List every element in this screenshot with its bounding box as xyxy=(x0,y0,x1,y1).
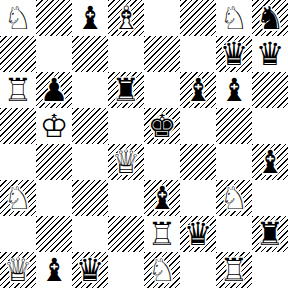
piece-glyph: ♕ xyxy=(0,252,36,288)
square-f2[interactable]: ♛♛ xyxy=(180,216,216,252)
square-e4[interactable] xyxy=(144,144,180,180)
piece-glyph: ♝ xyxy=(252,144,288,180)
chess-board: ♞♘♝♝♝♗♞♘♞♞♛♛♛♛♜♖♟♟♜♜♝♝♝♝♚♔♚♚♛♕♝♝♞♘♝♝♞♘♜♖… xyxy=(0,0,288,288)
piece-glyph: ♝ xyxy=(72,0,108,36)
square-e7[interactable] xyxy=(144,36,180,72)
square-a1[interactable]: ♛♕ xyxy=(0,252,36,288)
square-d7[interactable] xyxy=(108,36,144,72)
square-a8[interactable]: ♞♘ xyxy=(0,0,36,36)
piece-glyph: ♔ xyxy=(36,108,72,144)
piece-glyph: ♝ xyxy=(216,72,252,108)
piece-glyph: ♟ xyxy=(36,72,72,108)
square-g3[interactable]: ♞♘ xyxy=(216,180,252,216)
square-b8[interactable] xyxy=(36,0,72,36)
square-f8[interactable] xyxy=(180,0,216,36)
square-d4[interactable]: ♛♕ xyxy=(108,144,144,180)
square-a7[interactable] xyxy=(0,36,36,72)
square-f6[interactable]: ♝♝ xyxy=(180,72,216,108)
square-c2[interactable] xyxy=(72,216,108,252)
piece-glyph: ♜ xyxy=(252,216,288,252)
square-g8[interactable]: ♞♘ xyxy=(216,0,252,36)
piece-glyph: ♜ xyxy=(108,72,144,108)
square-f7[interactable] xyxy=(180,36,216,72)
black-bishop-piece: ♝♝ xyxy=(144,180,180,216)
white-rook-piece: ♜♖ xyxy=(0,72,36,108)
square-a6[interactable]: ♜♖ xyxy=(0,72,36,108)
black-queen-piece: ♛♛ xyxy=(72,252,108,288)
square-b1[interactable]: ♝♝ xyxy=(36,252,72,288)
square-b2[interactable] xyxy=(36,216,72,252)
black-bishop-piece: ♝♝ xyxy=(216,72,252,108)
square-e5[interactable]: ♚♚ xyxy=(144,108,180,144)
square-f1[interactable] xyxy=(180,252,216,288)
white-knight-piece: ♞♘ xyxy=(216,180,252,216)
square-c1[interactable]: ♛♛ xyxy=(72,252,108,288)
square-a4[interactable] xyxy=(0,144,36,180)
black-rook-piece: ♜♜ xyxy=(252,216,288,252)
square-c3[interactable] xyxy=(72,180,108,216)
square-c7[interactable] xyxy=(72,36,108,72)
square-d1[interactable] xyxy=(108,252,144,288)
square-c8[interactable]: ♝♝ xyxy=(72,0,108,36)
black-bishop-piece: ♝♝ xyxy=(72,0,108,36)
square-h2[interactable]: ♜♜ xyxy=(252,216,288,252)
black-queen-piece: ♛♛ xyxy=(180,216,216,252)
piece-glyph: ♕ xyxy=(108,144,144,180)
square-g1[interactable]: ♜♖ xyxy=(216,252,252,288)
square-b5[interactable]: ♚♔ xyxy=(36,108,72,144)
square-g2[interactable] xyxy=(216,216,252,252)
square-a2[interactable] xyxy=(0,216,36,252)
black-pawn-piece: ♟♟ xyxy=(36,72,72,108)
black-rook-piece: ♜♜ xyxy=(108,72,144,108)
square-h5[interactable] xyxy=(252,108,288,144)
square-e8[interactable] xyxy=(144,0,180,36)
square-b7[interactable] xyxy=(36,36,72,72)
square-c5[interactable] xyxy=(72,108,108,144)
piece-glyph: ♘ xyxy=(144,252,180,288)
square-f5[interactable] xyxy=(180,108,216,144)
square-h4[interactable]: ♝♝ xyxy=(252,144,288,180)
white-knight-piece: ♞♘ xyxy=(0,0,36,36)
square-e6[interactable] xyxy=(144,72,180,108)
square-f3[interactable] xyxy=(180,180,216,216)
piece-glyph: ♛ xyxy=(180,216,216,252)
square-e3[interactable]: ♝♝ xyxy=(144,180,180,216)
square-f4[interactable] xyxy=(180,144,216,180)
square-b6[interactable]: ♟♟ xyxy=(36,72,72,108)
square-d2[interactable] xyxy=(108,216,144,252)
square-d8[interactable]: ♝♗ xyxy=(108,0,144,36)
white-knight-piece: ♞♘ xyxy=(216,0,252,36)
square-a3[interactable]: ♞♘ xyxy=(0,180,36,216)
square-h1[interactable] xyxy=(252,252,288,288)
black-queen-piece: ♛♛ xyxy=(252,36,288,72)
white-rook-piece: ♜♖ xyxy=(216,252,252,288)
square-a5[interactable] xyxy=(0,108,36,144)
black-bishop-piece: ♝♝ xyxy=(252,144,288,180)
white-king-piece: ♚♔ xyxy=(36,108,72,144)
piece-glyph: ♘ xyxy=(0,180,36,216)
piece-glyph: ♞ xyxy=(252,0,288,36)
square-d3[interactable] xyxy=(108,180,144,216)
white-knight-piece: ♞♘ xyxy=(144,252,180,288)
piece-glyph: ♛ xyxy=(72,252,108,288)
piece-glyph: ♘ xyxy=(216,0,252,36)
white-rook-piece: ♜♖ xyxy=(144,216,180,252)
piece-glyph: ♘ xyxy=(216,180,252,216)
piece-glyph: ♖ xyxy=(144,216,180,252)
piece-glyph: ♛ xyxy=(216,36,252,72)
piece-glyph: ♖ xyxy=(0,72,36,108)
black-king-piece: ♚♚ xyxy=(144,108,180,144)
piece-glyph: ♘ xyxy=(0,0,36,36)
square-e1[interactable]: ♞♘ xyxy=(144,252,180,288)
black-bishop-piece: ♝♝ xyxy=(36,252,72,288)
piece-glyph: ♛ xyxy=(252,36,288,72)
white-queen-piece: ♛♕ xyxy=(108,144,144,180)
square-d6[interactable]: ♜♜ xyxy=(108,72,144,108)
black-queen-piece: ♛♛ xyxy=(216,36,252,72)
square-c6[interactable] xyxy=(72,72,108,108)
square-h6[interactable] xyxy=(252,72,288,108)
square-g5[interactable] xyxy=(216,108,252,144)
piece-glyph: ♗ xyxy=(108,0,144,36)
piece-glyph: ♝ xyxy=(144,180,180,216)
white-bishop-piece: ♝♗ xyxy=(108,0,144,36)
square-b3[interactable] xyxy=(36,180,72,216)
piece-glyph: ♝ xyxy=(180,72,216,108)
square-g4[interactable] xyxy=(216,144,252,180)
white-queen-piece: ♛♕ xyxy=(0,252,36,288)
square-g6[interactable]: ♝♝ xyxy=(216,72,252,108)
square-g7[interactable]: ♛♛ xyxy=(216,36,252,72)
square-h7[interactable]: ♛♛ xyxy=(252,36,288,72)
square-h3[interactable] xyxy=(252,180,288,216)
black-knight-piece: ♞♞ xyxy=(252,0,288,36)
square-c4[interactable] xyxy=(72,144,108,180)
piece-glyph: ♖ xyxy=(216,252,252,288)
square-b4[interactable] xyxy=(36,144,72,180)
square-e2[interactable]: ♜♖ xyxy=(144,216,180,252)
white-knight-piece: ♞♘ xyxy=(0,180,36,216)
square-h8[interactable]: ♞♞ xyxy=(252,0,288,36)
piece-glyph: ♝ xyxy=(36,252,72,288)
black-bishop-piece: ♝♝ xyxy=(180,72,216,108)
square-d5[interactable] xyxy=(108,108,144,144)
piece-glyph: ♚ xyxy=(144,108,180,144)
